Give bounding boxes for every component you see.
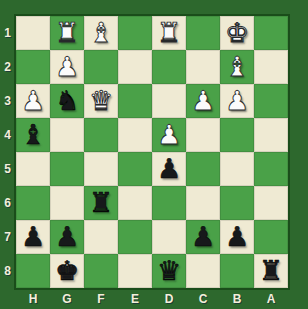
square-d6[interactable] xyxy=(152,186,186,220)
square-b1[interactable]: ♚ xyxy=(220,16,254,50)
square-e1[interactable] xyxy=(118,16,152,50)
black-pawn: ♟ xyxy=(225,220,249,254)
square-d8[interactable]: ♛ xyxy=(152,254,186,288)
rank-label-7: 7 xyxy=(0,220,15,254)
square-g4[interactable] xyxy=(50,118,84,152)
square-f4[interactable] xyxy=(84,118,118,152)
square-f8[interactable] xyxy=(84,254,118,288)
square-a5[interactable] xyxy=(254,152,288,186)
square-h2[interactable] xyxy=(16,50,50,84)
board-border: ♜♝♜♚♟♝♟♞♛♟♟♝♟♟♜♟♟♟♟♚♛♜ xyxy=(14,14,290,290)
square-e5[interactable] xyxy=(118,152,152,186)
square-a7[interactable] xyxy=(254,220,288,254)
square-g7[interactable]: ♟ xyxy=(50,220,84,254)
square-g6[interactable] xyxy=(50,186,84,220)
black-pawn: ♟ xyxy=(21,220,45,254)
square-f6[interactable]: ♜ xyxy=(84,186,118,220)
square-a4[interactable] xyxy=(254,118,288,152)
black-pawn: ♟ xyxy=(55,220,79,254)
chess-board: ♜♝♜♚♟♝♟♞♛♟♟♝♟♟♜♟♟♟♟♚♛♜ xyxy=(16,16,288,288)
square-d5[interactable]: ♟ xyxy=(152,152,186,186)
square-c6[interactable] xyxy=(186,186,220,220)
square-e8[interactable] xyxy=(118,254,152,288)
white-rook: ♜ xyxy=(157,16,181,50)
rank-label-2: 2 xyxy=(0,50,15,84)
square-g3[interactable]: ♞ xyxy=(50,84,84,118)
square-d4[interactable]: ♟ xyxy=(152,118,186,152)
square-c2[interactable] xyxy=(186,50,220,84)
white-bishop: ♝ xyxy=(225,50,249,84)
square-c1[interactable] xyxy=(186,16,220,50)
white-king: ♚ xyxy=(225,16,249,50)
square-a1[interactable] xyxy=(254,16,288,50)
rank-label-5: 5 xyxy=(0,152,15,186)
square-f2[interactable] xyxy=(84,50,118,84)
rank-labels: 12345678 xyxy=(0,16,15,288)
square-d1[interactable]: ♜ xyxy=(152,16,186,50)
file-label-a: A xyxy=(254,291,288,308)
square-h6[interactable] xyxy=(16,186,50,220)
black-knight: ♞ xyxy=(55,84,79,118)
square-b7[interactable]: ♟ xyxy=(220,220,254,254)
square-e4[interactable] xyxy=(118,118,152,152)
white-queen: ♛ xyxy=(89,84,113,118)
file-labels: HGFEDCBA xyxy=(16,291,288,308)
square-f5[interactable] xyxy=(84,152,118,186)
square-a2[interactable] xyxy=(254,50,288,84)
square-h8[interactable] xyxy=(16,254,50,288)
black-rook: ♜ xyxy=(259,254,283,288)
black-bishop: ♝ xyxy=(21,118,45,152)
square-c4[interactable] xyxy=(186,118,220,152)
square-e6[interactable] xyxy=(118,186,152,220)
rank-label-1: 1 xyxy=(0,16,15,50)
white-bishop: ♝ xyxy=(89,16,113,50)
square-e2[interactable] xyxy=(118,50,152,84)
file-label-b: B xyxy=(220,291,254,308)
chess-diagram: 12345678 HGFEDCBA ♜♝♜♚♟♝♟♞♛♟♟♝♟♟♜♟♟♟♟♚♛♜ xyxy=(0,0,308,309)
rank-label-8: 8 xyxy=(0,254,15,288)
square-b2[interactable]: ♝ xyxy=(220,50,254,84)
board-frame: 12345678 HGFEDCBA ♜♝♜♚♟♝♟♞♛♟♟♝♟♟♜♟♟♟♟♚♛♜ xyxy=(0,0,308,309)
square-e3[interactable] xyxy=(118,84,152,118)
square-f3[interactable]: ♛ xyxy=(84,84,118,118)
black-pawn: ♟ xyxy=(191,220,215,254)
white-rook: ♜ xyxy=(55,16,79,50)
square-d2[interactable] xyxy=(152,50,186,84)
square-h7[interactable]: ♟ xyxy=(16,220,50,254)
white-pawn: ♟ xyxy=(225,84,249,118)
square-g5[interactable] xyxy=(50,152,84,186)
white-pawn: ♟ xyxy=(55,50,79,84)
square-b4[interactable] xyxy=(220,118,254,152)
rank-label-3: 3 xyxy=(0,84,15,118)
square-a8[interactable]: ♜ xyxy=(254,254,288,288)
square-b6[interactable] xyxy=(220,186,254,220)
square-g8[interactable]: ♚ xyxy=(50,254,84,288)
square-d7[interactable] xyxy=(152,220,186,254)
square-f1[interactable]: ♝ xyxy=(84,16,118,50)
square-a6[interactable] xyxy=(254,186,288,220)
square-d3[interactable] xyxy=(152,84,186,118)
square-c5[interactable] xyxy=(186,152,220,186)
file-label-e: E xyxy=(118,291,152,308)
file-label-f: F xyxy=(84,291,118,308)
black-king: ♚ xyxy=(55,254,79,288)
white-pawn: ♟ xyxy=(21,84,45,118)
square-h1[interactable] xyxy=(16,16,50,50)
file-label-c: C xyxy=(186,291,220,308)
square-b5[interactable] xyxy=(220,152,254,186)
rank-label-4: 4 xyxy=(0,118,15,152)
white-pawn: ♟ xyxy=(157,118,181,152)
square-a3[interactable] xyxy=(254,84,288,118)
file-label-h: H xyxy=(16,291,50,308)
square-h3[interactable]: ♟ xyxy=(16,84,50,118)
black-pawn: ♟ xyxy=(157,152,181,186)
file-label-d: D xyxy=(152,291,186,308)
square-c8[interactable] xyxy=(186,254,220,288)
black-rook: ♜ xyxy=(89,186,113,220)
square-c7[interactable]: ♟ xyxy=(186,220,220,254)
black-queen: ♛ xyxy=(157,254,181,288)
square-e7[interactable] xyxy=(118,220,152,254)
white-pawn: ♟ xyxy=(191,84,215,118)
square-h5[interactable] xyxy=(16,152,50,186)
square-f7[interactable] xyxy=(84,220,118,254)
square-b3[interactable]: ♟ xyxy=(220,84,254,118)
square-b8[interactable] xyxy=(220,254,254,288)
square-g2[interactable]: ♟ xyxy=(50,50,84,84)
square-g1[interactable]: ♜ xyxy=(50,16,84,50)
rank-label-6: 6 xyxy=(0,186,15,220)
file-label-g: G xyxy=(50,291,84,308)
square-h4[interactable]: ♝ xyxy=(16,118,50,152)
square-c3[interactable]: ♟ xyxy=(186,84,220,118)
